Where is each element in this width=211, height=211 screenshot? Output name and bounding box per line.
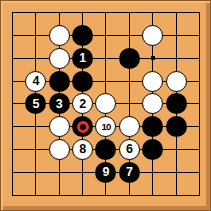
stone-black: [166, 93, 187, 114]
stone-black-move-1: 1: [72, 48, 93, 69]
stone-white-move-4: 4: [25, 71, 46, 92]
red-circle-mark: [77, 121, 89, 133]
move-number: 8: [79, 143, 86, 156]
stone-black: [72, 71, 93, 92]
go-board[interactable]: 14532108697: [0, 0, 211, 211]
move-number: 7: [126, 166, 133, 179]
stone-black: [49, 71, 70, 92]
move-number: 4: [32, 74, 39, 87]
stone-white: [95, 93, 116, 114]
stone-white-move-8: 8: [72, 139, 93, 160]
move-number: 1: [79, 51, 86, 64]
stone-black: [72, 116, 93, 137]
star-point: [151, 56, 155, 60]
move-number: 2: [79, 97, 86, 110]
move-number: 5: [32, 97, 39, 110]
stone-white: [119, 116, 140, 137]
move-number: 3: [56, 97, 63, 110]
stone-white-move-2: 2: [72, 93, 93, 114]
move-number: 9: [103, 166, 110, 179]
stone-white: [142, 25, 163, 46]
stone-black: [166, 116, 187, 137]
move-number: 6: [126, 143, 133, 156]
stone-white: [49, 139, 70, 160]
stone-black-move-9: 9: [95, 162, 116, 183]
move-number: 10: [102, 122, 111, 132]
stone-white: [49, 48, 70, 69]
stone-black: [142, 116, 163, 137]
stone-black: [119, 48, 140, 69]
stone-white-move-6: 6: [119, 139, 140, 160]
stone-black-move-5: 5: [25, 93, 46, 114]
stone-white: [142, 71, 163, 92]
stone-black: [95, 139, 116, 160]
stone-black: [142, 139, 163, 160]
stone-white: [49, 25, 70, 46]
stones-layer: 14532108697: [1, 1, 211, 207]
stone-black-move-3: 3: [49, 93, 70, 114]
stone-black: [72, 25, 93, 46]
stone-white-move-10: 10: [95, 116, 116, 137]
stone-black-move-7: 7: [119, 162, 140, 183]
stone-white: [49, 116, 70, 137]
stone-white: [166, 71, 187, 92]
stone-white: [142, 93, 163, 114]
